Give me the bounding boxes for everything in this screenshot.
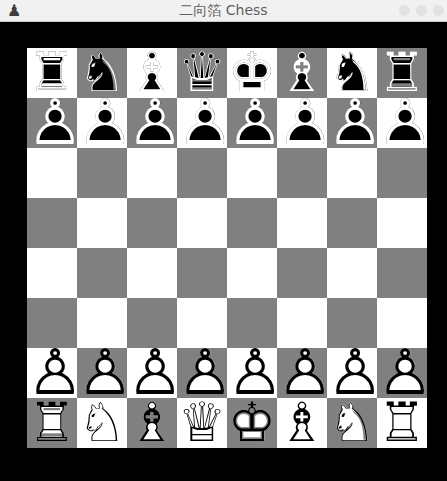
piece-outline-layer: ♙ xyxy=(127,98,177,148)
square-d2[interactable]: ♟♙ xyxy=(177,348,227,398)
piece-outline-layer: ♙ xyxy=(27,348,77,398)
piece-outline-layer: ♙ xyxy=(227,348,277,398)
piece-fill-layer: ♟ xyxy=(327,98,377,148)
piece-fill-layer: ♟ xyxy=(77,348,127,398)
piece-white-bishop: ♝♗ xyxy=(277,398,327,448)
piece-outline-layer: ♘ xyxy=(327,48,377,98)
titlebar[interactable]: ♟ 二向箔 Chess xyxy=(0,0,447,22)
piece-black-queen: ♛♕ xyxy=(177,48,227,98)
square-f8[interactable]: ♝♗ xyxy=(277,48,327,98)
piece-outline-layer: ♙ xyxy=(277,348,327,398)
piece-black-knight: ♞♘ xyxy=(77,48,127,98)
square-g3[interactable] xyxy=(327,298,377,348)
window-title: 二向箔 Chess xyxy=(0,0,447,21)
square-a6[interactable] xyxy=(27,148,77,198)
piece-fill-layer: ♟ xyxy=(277,348,327,398)
piece-outline-layer: ♖ xyxy=(27,48,77,98)
square-a7[interactable]: ♟♙ xyxy=(27,98,77,148)
piece-white-pawn: ♟♙ xyxy=(227,348,277,398)
square-c8[interactable]: ♝♗ xyxy=(127,48,177,98)
square-h8[interactable]: ♜♖ xyxy=(377,48,427,98)
piece-fill-layer: ♟ xyxy=(177,348,227,398)
piece-outline-layer: ♙ xyxy=(127,348,177,398)
piece-black-pawn: ♟♙ xyxy=(127,98,177,148)
piece-outline-layer: ♘ xyxy=(77,48,127,98)
piece-black-rook: ♜♖ xyxy=(377,48,427,98)
piece-outline-layer: ♗ xyxy=(277,48,327,98)
square-g5[interactable] xyxy=(327,198,377,248)
piece-black-pawn: ♟♙ xyxy=(27,98,77,148)
piece-outline-layer: ♙ xyxy=(377,348,427,398)
piece-outline-layer: ♙ xyxy=(27,98,77,148)
square-c7[interactable]: ♟♙ xyxy=(127,98,177,148)
square-e4[interactable] xyxy=(227,248,277,298)
square-g2[interactable]: ♟♙ xyxy=(327,348,377,398)
square-c5[interactable] xyxy=(127,198,177,248)
piece-black-pawn: ♟♙ xyxy=(177,98,227,148)
piece-outline-layer: ♙ xyxy=(77,348,127,398)
square-d1[interactable]: ♛♕ xyxy=(177,398,227,448)
square-e6[interactable] xyxy=(227,148,277,198)
square-c1[interactable]: ♝♗ xyxy=(127,398,177,448)
piece-outline-layer: ♙ xyxy=(327,348,377,398)
square-f5[interactable] xyxy=(277,198,327,248)
square-b8[interactable]: ♞♘ xyxy=(77,48,127,98)
piece-fill-layer: ♚ xyxy=(227,48,277,98)
square-d6[interactable] xyxy=(177,148,227,198)
square-g4[interactable] xyxy=(327,248,377,298)
square-e2[interactable]: ♟♙ xyxy=(227,348,277,398)
piece-fill-layer: ♝ xyxy=(277,48,327,98)
piece-white-pawn: ♟♙ xyxy=(27,348,77,398)
square-c2[interactable]: ♟♙ xyxy=(127,348,177,398)
piece-white-pawn: ♟♙ xyxy=(77,348,127,398)
piece-outline-layer: ♗ xyxy=(127,48,177,98)
window-control-dot[interactable] xyxy=(433,5,444,16)
square-h3[interactable] xyxy=(377,298,427,348)
square-e7[interactable]: ♟♙ xyxy=(227,98,277,148)
piece-fill-layer: ♟ xyxy=(177,98,227,148)
piece-outline-layer: ♙ xyxy=(77,98,127,148)
piece-fill-layer: ♝ xyxy=(127,398,177,448)
piece-black-pawn: ♟♙ xyxy=(77,98,127,148)
piece-fill-layer: ♝ xyxy=(277,398,327,448)
square-a8[interactable]: ♜♖ xyxy=(27,48,77,98)
piece-fill-layer: ♞ xyxy=(77,398,127,448)
piece-fill-layer: ♜ xyxy=(377,398,427,448)
piece-fill-layer: ♟ xyxy=(127,348,177,398)
piece-white-pawn: ♟♙ xyxy=(177,348,227,398)
piece-white-bishop: ♝♗ xyxy=(127,398,177,448)
square-h2[interactable]: ♟♙ xyxy=(377,348,427,398)
piece-fill-layer: ♟ xyxy=(227,348,277,398)
piece-fill-layer: ♞ xyxy=(327,48,377,98)
square-c3[interactable] xyxy=(127,298,177,348)
square-e1[interactable]: ♚♔ xyxy=(227,398,277,448)
piece-fill-layer: ♟ xyxy=(77,98,127,148)
piece-outline-layer: ♙ xyxy=(277,98,327,148)
window-control-dot[interactable] xyxy=(399,5,410,16)
piece-fill-layer: ♞ xyxy=(327,398,377,448)
piece-outline-layer: ♔ xyxy=(227,48,277,98)
square-h6[interactable] xyxy=(377,148,427,198)
piece-white-pawn: ♟♙ xyxy=(327,348,377,398)
piece-white-pawn: ♟♙ xyxy=(127,348,177,398)
piece-white-pawn: ♟♙ xyxy=(377,348,427,398)
piece-black-knight: ♞♘ xyxy=(327,48,377,98)
piece-outline-layer: ♖ xyxy=(377,398,427,448)
square-f4[interactable] xyxy=(277,248,327,298)
square-g7[interactable]: ♟♙ xyxy=(327,98,377,148)
piece-outline-layer: ♙ xyxy=(327,98,377,148)
piece-fill-layer: ♛ xyxy=(177,48,227,98)
square-b6[interactable] xyxy=(77,148,127,198)
square-f3[interactable] xyxy=(277,298,327,348)
square-f7[interactable]: ♟♙ xyxy=(277,98,327,148)
piece-outline-layer: ♘ xyxy=(77,398,127,448)
piece-outline-layer: ♖ xyxy=(377,48,427,98)
square-d7[interactable]: ♟♙ xyxy=(177,98,227,148)
piece-outline-layer: ♗ xyxy=(277,398,327,448)
piece-fill-layer: ♟ xyxy=(27,98,77,148)
square-d8[interactable]: ♛♕ xyxy=(177,48,227,98)
square-b3[interactable] xyxy=(77,298,127,348)
piece-outline-layer: ♕ xyxy=(177,398,227,448)
piece-outline-layer: ♘ xyxy=(327,398,377,448)
piece-fill-layer: ♞ xyxy=(77,48,127,98)
piece-outline-layer: ♕ xyxy=(177,48,227,98)
square-c4[interactable] xyxy=(127,248,177,298)
square-d4[interactable] xyxy=(177,248,227,298)
piece-black-pawn: ♟♙ xyxy=(227,98,277,148)
piece-fill-layer: ♟ xyxy=(227,98,277,148)
piece-fill-layer: ♟ xyxy=(127,98,177,148)
piece-black-bishop: ♝♗ xyxy=(127,48,177,98)
piece-fill-layer: ♟ xyxy=(377,348,427,398)
square-b7[interactable]: ♟♙ xyxy=(77,98,127,148)
square-b4[interactable] xyxy=(77,248,127,298)
square-f6[interactable] xyxy=(277,148,327,198)
piece-fill-layer: ♜ xyxy=(27,398,77,448)
piece-fill-layer: ♟ xyxy=(27,348,77,398)
piece-white-king: ♚♔ xyxy=(227,398,277,448)
piece-black-pawn: ♟♙ xyxy=(277,98,327,148)
square-h4[interactable] xyxy=(377,248,427,298)
piece-fill-layer: ♚ xyxy=(227,398,277,448)
chess-board: ♜♖♞♘♝♗♛♕♚♔♝♗♞♘♜♖♟♙♟♙♟♙♟♙♟♙♟♙♟♙♟♙♟♙♟♙♟♙♟♙… xyxy=(27,48,427,448)
window-control-dot[interactable] xyxy=(416,5,427,16)
square-b5[interactable] xyxy=(77,198,127,248)
square-h1[interactable]: ♜♖ xyxy=(377,398,427,448)
piece-fill-layer: ♟ xyxy=(277,98,327,148)
square-e5[interactable] xyxy=(227,198,277,248)
piece-black-pawn: ♟♙ xyxy=(327,98,377,148)
piece-white-pawn: ♟♙ xyxy=(277,348,327,398)
piece-black-king: ♚♔ xyxy=(227,48,277,98)
piece-fill-layer: ♝ xyxy=(127,48,177,98)
square-a5[interactable] xyxy=(27,198,77,248)
piece-outline-layer: ♗ xyxy=(127,398,177,448)
piece-white-rook: ♜♖ xyxy=(377,398,427,448)
piece-fill-layer: ♛ xyxy=(177,398,227,448)
square-a2[interactable]: ♟♙ xyxy=(27,348,77,398)
square-g6[interactable] xyxy=(327,148,377,198)
square-d3[interactable] xyxy=(177,298,227,348)
piece-fill-layer: ♜ xyxy=(377,48,427,98)
square-h5[interactable] xyxy=(377,198,427,248)
square-a1[interactable]: ♜♖ xyxy=(27,398,77,448)
square-e3[interactable] xyxy=(227,298,277,348)
square-e8[interactable]: ♚♔ xyxy=(227,48,277,98)
piece-black-pawn: ♟♙ xyxy=(377,98,427,148)
piece-white-rook: ♜♖ xyxy=(27,398,77,448)
piece-white-knight: ♞♘ xyxy=(327,398,377,448)
piece-outline-layer: ♙ xyxy=(227,98,277,148)
piece-fill-layer: ♟ xyxy=(377,98,427,148)
square-c6[interactable] xyxy=(127,148,177,198)
piece-outline-layer: ♖ xyxy=(27,398,77,448)
square-a4[interactable] xyxy=(27,248,77,298)
piece-white-knight: ♞♘ xyxy=(77,398,127,448)
square-g8[interactable]: ♞♘ xyxy=(327,48,377,98)
piece-fill-layer: ♟ xyxy=(327,348,377,398)
piece-white-queen: ♛♕ xyxy=(177,398,227,448)
square-b2[interactable]: ♟♙ xyxy=(77,348,127,398)
piece-outline-layer: ♙ xyxy=(377,98,427,148)
square-d5[interactable] xyxy=(177,198,227,248)
window-controls xyxy=(399,5,444,16)
square-f2[interactable]: ♟♙ xyxy=(277,348,327,398)
piece-fill-layer: ♜ xyxy=(27,48,77,98)
square-b1[interactable]: ♞♘ xyxy=(77,398,127,448)
square-f1[interactable]: ♝♗ xyxy=(277,398,327,448)
piece-black-rook: ♜♖ xyxy=(27,48,77,98)
piece-outline-layer: ♙ xyxy=(177,348,227,398)
piece-black-bishop: ♝♗ xyxy=(277,48,327,98)
piece-outline-layer: ♙ xyxy=(177,98,227,148)
square-g1[interactable]: ♞♘ xyxy=(327,398,377,448)
chess-app-window: ♟ 二向箔 Chess ♜♖♞♘♝♗♛♕♚♔♝♗♞♘♜♖♟♙♟♙♟♙♟♙♟♙♟♙… xyxy=(0,0,447,481)
square-a3[interactable] xyxy=(27,298,77,348)
piece-outline-layer: ♔ xyxy=(227,398,277,448)
square-h7[interactable]: ♟♙ xyxy=(377,98,427,148)
